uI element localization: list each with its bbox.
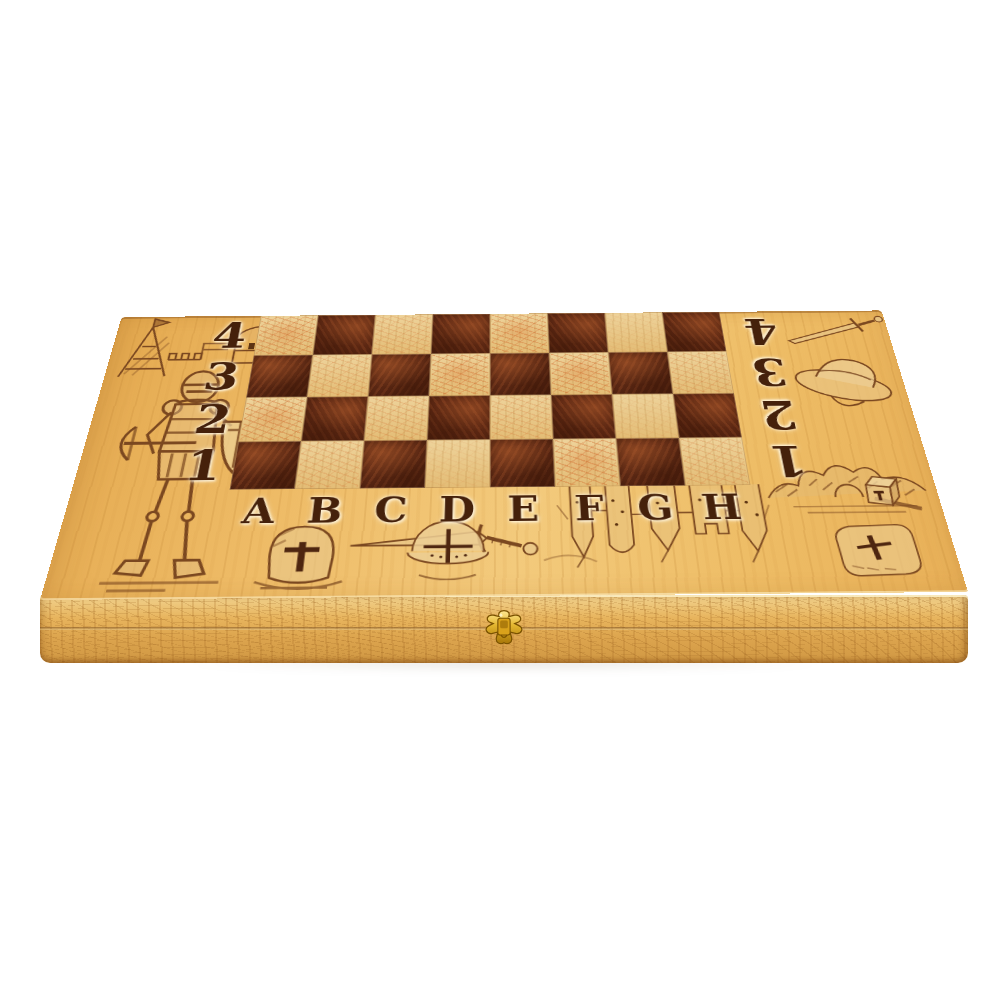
chessboard-grid <box>230 312 751 490</box>
file-label-d: D <box>438 493 475 527</box>
square-h3 <box>667 351 734 393</box>
file-label-g: G <box>636 491 675 525</box>
file-label-a: A <box>240 494 278 528</box>
square-e4 <box>490 313 549 353</box>
rank-label-left-1: 1 <box>181 445 226 487</box>
square-c4 <box>372 314 433 354</box>
file-label-c: C <box>373 493 408 527</box>
barrel-helm-illustration <box>813 515 947 591</box>
square-d1 <box>425 440 490 488</box>
square-a3 <box>246 355 313 397</box>
rank-label-right-3: 3 <box>749 353 791 390</box>
file-label-f: F <box>573 492 605 526</box>
rank-label-left-4: 4 <box>209 318 250 353</box>
file-label-b: B <box>305 494 344 528</box>
square-d3 <box>429 353 490 395</box>
square-e2 <box>490 395 553 440</box>
square-c1 <box>360 440 427 488</box>
rank-label-left-3: 3 <box>200 358 242 395</box>
square-g1 <box>616 438 685 486</box>
box-lid-top: ABCDEFGH 4321 4321 <box>40 310 968 600</box>
square-g3 <box>608 352 673 394</box>
square-f2 <box>551 394 616 439</box>
dice-illustration <box>851 470 914 511</box>
square-b2 <box>301 396 368 441</box>
file-label-e: E <box>507 492 539 526</box>
square-f3 <box>549 352 612 394</box>
square-h2 <box>673 393 742 438</box>
box-front-face <box>40 595 968 663</box>
product-photo-chess-box: ABCDEFGH 4321 4321 <box>0 0 1000 1000</box>
square-a1 <box>230 441 302 489</box>
square-c3 <box>368 354 431 396</box>
rank-label-right-2: 2 <box>757 395 801 435</box>
square-a2 <box>238 397 307 442</box>
square-d4 <box>431 314 490 354</box>
square-f1 <box>553 439 620 487</box>
rank-label-left-2: 2 <box>191 400 235 440</box>
brass-clasp-icon <box>481 609 527 651</box>
rank-label-right-4: 4 <box>741 314 782 349</box>
square-g2 <box>612 393 679 438</box>
square-f4 <box>547 313 608 353</box>
square-e3 <box>490 353 551 395</box>
file-labels: ABCDEFGH <box>222 485 759 534</box>
rank-label-right-1: 1 <box>766 440 812 482</box>
square-g4 <box>605 312 668 352</box>
square-b1 <box>295 441 364 489</box>
square-e1 <box>490 439 555 487</box>
square-a4 <box>254 315 318 355</box>
square-b4 <box>313 315 376 355</box>
square-h1 <box>679 438 751 486</box>
file-label-h: H <box>699 490 744 524</box>
square-h4 <box>662 312 726 352</box>
square-b3 <box>307 354 372 396</box>
square-c2 <box>364 396 429 441</box>
square-d2 <box>427 395 490 440</box>
